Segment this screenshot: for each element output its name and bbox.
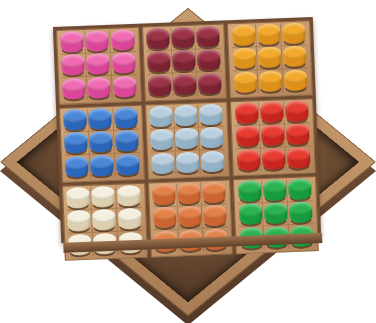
peg-maroon[interactable] [197,49,221,71]
peg-orange[interactable] [203,205,227,227]
peg-lightblue[interactable] [199,104,223,126]
peg-lightblue[interactable] [201,151,225,173]
peg-red[interactable] [236,125,260,147]
peg-cell [110,29,136,53]
block-pink [56,27,141,105]
peg-yellow[interactable] [282,22,306,44]
peg-cell [60,31,86,55]
peg-cell [150,151,176,175]
peg-maroon[interactable] [148,75,172,97]
peg-cell [285,123,311,147]
peg-cell [177,182,203,206]
peg-blue[interactable] [90,155,114,177]
peg-cell [172,73,198,97]
peg-cell [149,105,175,129]
peg-orange[interactable] [177,183,201,205]
peg-blue[interactable] [88,108,112,130]
peg-cell [63,109,89,133]
peg-cell [152,183,178,207]
peg-cell [114,130,140,154]
peg-cell [146,28,172,52]
peg-cell [199,127,225,151]
peg-cell [281,22,307,46]
peg-pink[interactable] [112,52,136,74]
peg-cell [88,108,114,132]
peg-cell [153,206,179,230]
peg-cell [113,107,139,131]
peg-cell [87,76,113,100]
peg-blue[interactable] [65,156,89,178]
peg-yellow[interactable] [283,45,307,67]
block-red [230,98,315,176]
peg-maroon[interactable] [198,73,222,95]
peg-green[interactable] [239,203,263,225]
peg-pink[interactable] [111,29,135,51]
peg-cell [61,54,87,78]
block-lightblue [145,101,230,179]
peg-cell [64,132,90,156]
peg-cell [202,205,228,229]
peg-cell [201,182,227,206]
peg-cell [65,155,91,179]
block-yellow [227,20,312,98]
block-blue [59,105,144,183]
peg-green[interactable] [264,202,288,224]
peg-cell [200,150,226,174]
peg-pink[interactable] [86,53,110,75]
peg-cell [147,74,173,98]
peg-orange[interactable] [178,206,202,228]
peg-blue[interactable] [114,107,138,129]
peg-cell [288,201,314,225]
peg-cell [90,154,116,178]
peg-cell [175,151,201,175]
peg-cell [62,77,88,101]
peg-cell [257,46,283,70]
peg-cell [287,178,313,202]
peg-yellow[interactable] [234,71,258,93]
peg-lightblue[interactable] [174,105,198,127]
peg-cell [147,51,173,75]
peg-yellow[interactable] [258,70,282,92]
peg-lightblue[interactable] [200,127,224,149]
peg-cell [91,186,117,210]
peg-blue[interactable] [89,131,113,153]
peg-pink[interactable] [85,30,109,52]
peg-lightblue[interactable] [151,153,175,175]
peg-yellow[interactable] [258,46,282,68]
peg-red[interactable] [235,102,259,124]
peg-cell [260,124,286,148]
peg-cell [174,105,200,129]
peg-green[interactable] [263,179,287,201]
peg-cell [67,210,93,234]
peg-maroon[interactable] [173,74,197,96]
peg-cell [286,146,312,170]
peg-red[interactable] [261,124,285,146]
peg-pink[interactable] [61,54,85,76]
peg-cell [259,101,285,125]
peg-cell [85,30,111,54]
peg-cell [235,125,261,149]
peg-blue[interactable] [64,132,88,154]
peg-lightblue[interactable] [150,129,174,151]
peg-cell [256,23,282,47]
peg-cell [284,100,310,124]
peg-cell [237,180,263,204]
peg-cell [234,102,260,126]
peg-cream[interactable] [117,185,141,207]
peg-orange[interactable] [153,206,177,228]
peg-red[interactable] [237,149,261,171]
sudoku-board [53,17,321,243]
peg-maroon[interactable] [146,28,170,50]
peg-cell [112,75,138,99]
peg-cell [197,72,223,96]
peg-orange[interactable] [152,183,176,205]
peg-yellow[interactable] [284,69,308,91]
peg-cell [171,27,197,51]
peg-cell [174,128,200,152]
peg-maroon[interactable] [171,27,195,49]
peg-orange[interactable] [202,182,226,204]
peg-green[interactable] [238,180,262,202]
peg-cell [282,45,308,69]
peg-cream[interactable] [67,210,91,232]
peg-pink[interactable] [87,77,111,99]
peg-cell [89,131,115,155]
peg-maroon[interactable] [147,51,171,73]
peg-cream[interactable] [91,186,115,208]
peg-blue[interactable] [116,154,140,176]
peg-cell [262,179,288,203]
peg-cell [263,202,289,226]
peg-cell [195,26,221,50]
peg-blue[interactable] [115,130,139,152]
peg-pink[interactable] [61,31,85,53]
peg-cell [233,70,259,94]
peg-cell [117,208,143,232]
peg-green[interactable] [289,201,313,223]
peg-cell [231,24,257,48]
peg-cream[interactable] [118,208,142,230]
peg-cell [111,52,137,76]
peg-cell [258,69,284,93]
peg-lightblue[interactable] [175,128,199,150]
peg-red[interactable] [286,123,310,145]
peg-blue[interactable] [64,109,88,131]
peg-cell [283,68,309,92]
peg-yellow[interactable] [257,23,281,45]
peg-maroon[interactable] [172,50,196,72]
peg-cell [115,153,141,177]
peg-cell [116,185,142,209]
peg-cell [238,203,264,227]
peg-red[interactable] [261,148,285,170]
peg-green[interactable] [288,178,312,200]
peg-red[interactable] [285,100,309,122]
peg-cell [66,187,92,211]
peg-red[interactable] [260,101,284,123]
peg-red[interactable] [287,147,311,169]
peg-maroon[interactable] [196,26,220,48]
peg-cell [150,128,176,152]
peg-cell [261,147,287,171]
peg-cell [177,205,203,229]
scene [0,0,376,323]
peg-cell [86,53,112,77]
peg-lightblue[interactable] [176,152,200,174]
peg-cell [232,47,258,71]
peg-lightblue[interactable] [149,106,173,128]
peg-cell [171,50,197,74]
peg-cell [92,209,118,233]
peg-cell [196,49,222,73]
peg-yellow[interactable] [233,47,257,69]
peg-cream[interactable] [67,187,91,209]
peg-cream[interactable] [92,209,116,231]
peg-pink[interactable] [62,78,86,100]
board-grid [53,17,321,243]
peg-cell [236,148,262,172]
peg-pink[interactable] [113,76,137,98]
peg-cell [198,104,224,128]
peg-yellow[interactable] [232,24,256,46]
block-maroon [142,23,227,101]
